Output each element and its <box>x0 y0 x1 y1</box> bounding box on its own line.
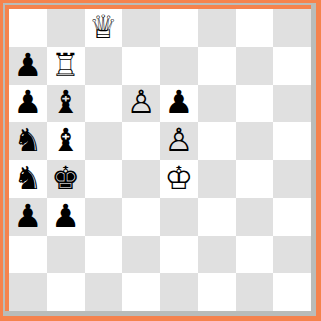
square-e1[interactable] <box>160 273 198 311</box>
piece-black-bishop[interactable]: ♝ <box>51 124 80 156</box>
square-d4[interactable] <box>122 160 160 198</box>
piece-white-pawn[interactable]: ♙ <box>165 124 194 156</box>
square-d8[interactable] <box>122 9 160 47</box>
piece-black-knight[interactable]: ♞ <box>14 124 43 156</box>
square-f6[interactable] <box>198 85 236 123</box>
square-a1[interactable] <box>9 273 47 311</box>
piece-white-queen[interactable]: ♕ <box>89 11 118 43</box>
square-c8[interactable]: ♕ <box>85 9 123 47</box>
piece-black-knight[interactable]: ♞ <box>14 162 43 194</box>
square-d2[interactable] <box>122 236 160 274</box>
square-g2[interactable] <box>236 236 274 274</box>
square-h2[interactable] <box>273 236 311 274</box>
square-b7[interactable]: ♖ <box>47 47 85 85</box>
square-g3[interactable] <box>236 198 274 236</box>
square-g6[interactable] <box>236 85 274 123</box>
square-f5[interactable] <box>198 122 236 160</box>
square-g4[interactable] <box>236 160 274 198</box>
piece-white-rook[interactable]: ♖ <box>51 49 80 81</box>
window-frame: ♕♟♖♟♝♙♟♞♝♙♞♚♔♟♟ <box>0 0 321 321</box>
square-e4[interactable]: ♔ <box>160 160 198 198</box>
square-g1[interactable] <box>236 273 274 311</box>
square-a5[interactable]: ♞ <box>9 122 47 160</box>
square-h5[interactable] <box>273 122 311 160</box>
square-d1[interactable] <box>122 273 160 311</box>
square-d7[interactable] <box>122 47 160 85</box>
square-d5[interactable] <box>122 122 160 160</box>
square-c5[interactable] <box>85 122 123 160</box>
square-f8[interactable] <box>198 9 236 47</box>
square-b2[interactable] <box>47 236 85 274</box>
piece-black-pawn[interactable]: ♟ <box>14 200 43 232</box>
square-a2[interactable] <box>9 236 47 274</box>
square-e3[interactable] <box>160 198 198 236</box>
square-d3[interactable] <box>122 198 160 236</box>
square-g5[interactable] <box>236 122 274 160</box>
square-h1[interactable] <box>273 273 311 311</box>
square-a6[interactable]: ♟ <box>9 85 47 123</box>
piece-white-king[interactable]: ♔ <box>165 162 194 194</box>
square-h8[interactable] <box>273 9 311 47</box>
square-b1[interactable] <box>47 273 85 311</box>
square-c7[interactable] <box>85 47 123 85</box>
square-h4[interactable] <box>273 160 311 198</box>
square-h6[interactable] <box>273 85 311 123</box>
square-c1[interactable] <box>85 273 123 311</box>
square-a4[interactable]: ♞ <box>9 160 47 198</box>
square-e7[interactable] <box>160 47 198 85</box>
square-g7[interactable] <box>236 47 274 85</box>
piece-black-king[interactable]: ♚ <box>51 162 80 194</box>
square-f7[interactable] <box>198 47 236 85</box>
square-a7[interactable]: ♟ <box>9 47 47 85</box>
square-b6[interactable]: ♝ <box>47 85 85 123</box>
square-d6[interactable]: ♙ <box>122 85 160 123</box>
square-c2[interactable] <box>85 236 123 274</box>
piece-black-pawn[interactable]: ♟ <box>51 200 80 232</box>
square-f4[interactable] <box>198 160 236 198</box>
square-h3[interactable] <box>273 198 311 236</box>
square-h7[interactable] <box>273 47 311 85</box>
square-a3[interactable]: ♟ <box>9 198 47 236</box>
square-c6[interactable] <box>85 85 123 123</box>
square-f3[interactable] <box>198 198 236 236</box>
square-g8[interactable] <box>236 9 274 47</box>
square-e5[interactable]: ♙ <box>160 122 198 160</box>
square-c3[interactable] <box>85 198 123 236</box>
square-e2[interactable] <box>160 236 198 274</box>
square-b3[interactable]: ♟ <box>47 198 85 236</box>
square-b5[interactable]: ♝ <box>47 122 85 160</box>
piece-black-pawn[interactable]: ♟ <box>14 86 43 118</box>
piece-black-pawn[interactable]: ♟ <box>165 86 194 118</box>
square-f2[interactable] <box>198 236 236 274</box>
square-a8[interactable] <box>9 9 47 47</box>
square-e8[interactable] <box>160 9 198 47</box>
piece-black-bishop[interactable]: ♝ <box>51 86 80 118</box>
square-f1[interactable] <box>198 273 236 311</box>
square-b4[interactable]: ♚ <box>47 160 85 198</box>
chess-board: ♕♟♖♟♝♙♟♞♝♙♞♚♔♟♟ <box>9 9 311 311</box>
square-b8[interactable] <box>47 9 85 47</box>
piece-white-pawn[interactable]: ♙ <box>127 86 156 118</box>
square-e6[interactable]: ♟ <box>160 85 198 123</box>
square-c4[interactable] <box>85 160 123 198</box>
piece-black-pawn[interactable]: ♟ <box>14 49 43 81</box>
